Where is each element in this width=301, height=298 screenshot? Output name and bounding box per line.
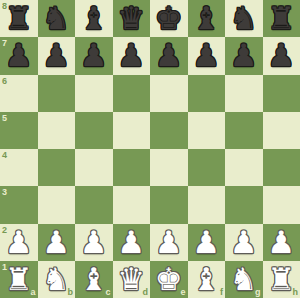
square-a7[interactable]: 7♟	[0, 37, 38, 74]
white-rook[interactable]: ♜	[267, 264, 295, 295]
square-c1[interactable]: c♝	[75, 261, 113, 298]
black-bishop[interactable]: ♝	[192, 3, 220, 34]
square-g3[interactable]	[225, 186, 263, 223]
square-a4[interactable]: 4	[0, 149, 38, 186]
square-e6[interactable]	[150, 75, 188, 112]
square-b7[interactable]: ♟	[38, 37, 76, 74]
white-knight[interactable]: ♞	[42, 264, 70, 295]
square-d1[interactable]: d♛	[113, 261, 151, 298]
square-e1[interactable]: e♚	[150, 261, 188, 298]
white-rook[interactable]: ♜	[5, 264, 33, 295]
black-pawn[interactable]: ♟	[155, 40, 183, 71]
square-a2[interactable]: 2♟	[0, 224, 38, 261]
square-c2[interactable]: ♟	[75, 224, 113, 261]
square-b1[interactable]: b♞	[38, 261, 76, 298]
square-b3[interactable]	[38, 186, 76, 223]
black-knight[interactable]: ♞	[230, 3, 258, 34]
square-d4[interactable]	[113, 149, 151, 186]
white-bishop[interactable]: ♝	[192, 264, 220, 295]
file-label-f: f	[220, 288, 223, 297]
square-a3[interactable]: 3	[0, 186, 38, 223]
square-h6[interactable]	[263, 75, 301, 112]
square-a8[interactable]: 8♜	[0, 0, 38, 37]
square-g1[interactable]: g♞	[225, 261, 263, 298]
square-b2[interactable]: ♟	[38, 224, 76, 261]
square-e5[interactable]	[150, 112, 188, 149]
square-c3[interactable]	[75, 186, 113, 223]
white-pawn[interactable]: ♟	[42, 227, 70, 258]
black-queen[interactable]: ♛	[117, 3, 145, 34]
square-b4[interactable]	[38, 149, 76, 186]
square-f2[interactable]: ♟	[188, 224, 226, 261]
square-d5[interactable]	[113, 112, 151, 149]
white-queen[interactable]: ♛	[117, 264, 145, 295]
white-pawn[interactable]: ♟	[192, 227, 220, 258]
chess-board: 8♜♞♝♛♚♝♞♜7♟♟♟♟♟♟♟♟65432♟♟♟♟♟♟♟♟1a♜b♞c♝d♛…	[0, 0, 300, 298]
black-rook[interactable]: ♜	[5, 3, 33, 34]
square-g6[interactable]	[225, 75, 263, 112]
black-pawn[interactable]: ♟	[5, 40, 33, 71]
black-pawn[interactable]: ♟	[192, 40, 220, 71]
rank-label-3: 3	[2, 188, 7, 197]
square-f1[interactable]: f♝	[188, 261, 226, 298]
square-e7[interactable]: ♟	[150, 37, 188, 74]
square-f7[interactable]: ♟	[188, 37, 226, 74]
square-a5[interactable]: 5	[0, 112, 38, 149]
rank-label-5: 5	[2, 114, 7, 123]
square-a1[interactable]: 1a♜	[0, 261, 38, 298]
black-pawn[interactable]: ♟	[267, 40, 295, 71]
square-d7[interactable]: ♟	[113, 37, 151, 74]
white-pawn[interactable]: ♟	[5, 227, 33, 258]
white-pawn[interactable]: ♟	[155, 227, 183, 258]
square-b8[interactable]: ♞	[38, 0, 76, 37]
square-h5[interactable]	[263, 112, 301, 149]
black-bishop[interactable]: ♝	[80, 3, 108, 34]
square-f8[interactable]: ♝	[188, 0, 226, 37]
square-d2[interactable]: ♟	[113, 224, 151, 261]
white-pawn[interactable]: ♟	[267, 227, 295, 258]
square-h8[interactable]: ♜	[263, 0, 301, 37]
rank-label-6: 6	[2, 77, 7, 86]
square-e4[interactable]	[150, 149, 188, 186]
square-f3[interactable]	[188, 186, 226, 223]
white-pawn[interactable]: ♟	[117, 227, 145, 258]
square-g8[interactable]: ♞	[225, 0, 263, 37]
black-pawn[interactable]: ♟	[230, 40, 258, 71]
square-a6[interactable]: 6	[0, 75, 38, 112]
black-pawn[interactable]: ♟	[117, 40, 145, 71]
square-c8[interactable]: ♝	[75, 0, 113, 37]
square-c7[interactable]: ♟	[75, 37, 113, 74]
black-pawn[interactable]: ♟	[80, 40, 108, 71]
square-b5[interactable]	[38, 112, 76, 149]
square-h7[interactable]: ♟	[263, 37, 301, 74]
square-h1[interactable]: h♜	[263, 261, 301, 298]
square-c4[interactable]	[75, 149, 113, 186]
black-rook[interactable]: ♜	[267, 3, 295, 34]
square-g7[interactable]: ♟	[225, 37, 263, 74]
square-d8[interactable]: ♛	[113, 0, 151, 37]
white-king[interactable]: ♚	[155, 264, 183, 295]
square-f4[interactable]	[188, 149, 226, 186]
square-h2[interactable]: ♟	[263, 224, 301, 261]
square-h4[interactable]	[263, 149, 301, 186]
square-e2[interactable]: ♟	[150, 224, 188, 261]
white-pawn[interactable]: ♟	[80, 227, 108, 258]
square-e8[interactable]: ♚	[150, 0, 188, 37]
square-f5[interactable]	[188, 112, 226, 149]
square-c5[interactable]	[75, 112, 113, 149]
square-d3[interactable]	[113, 186, 151, 223]
square-f6[interactable]	[188, 75, 226, 112]
black-pawn[interactable]: ♟	[42, 40, 70, 71]
square-h3[interactable]	[263, 186, 301, 223]
square-d6[interactable]	[113, 75, 151, 112]
square-g2[interactable]: ♟	[225, 224, 263, 261]
rank-label-4: 4	[2, 151, 7, 160]
black-king[interactable]: ♚	[155, 3, 183, 34]
square-g4[interactable]	[225, 149, 263, 186]
white-knight[interactable]: ♞	[230, 264, 258, 295]
black-knight[interactable]: ♞	[42, 3, 70, 34]
square-b6[interactable]	[38, 75, 76, 112]
white-bishop[interactable]: ♝	[80, 264, 108, 295]
square-e3[interactable]	[150, 186, 188, 223]
white-pawn[interactable]: ♟	[230, 227, 258, 258]
square-c6[interactable]	[75, 75, 113, 112]
square-g5[interactable]	[225, 112, 263, 149]
